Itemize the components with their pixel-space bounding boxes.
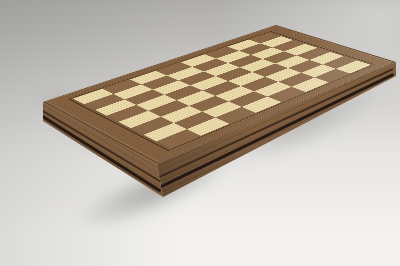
studio-background xyxy=(0,0,400,266)
